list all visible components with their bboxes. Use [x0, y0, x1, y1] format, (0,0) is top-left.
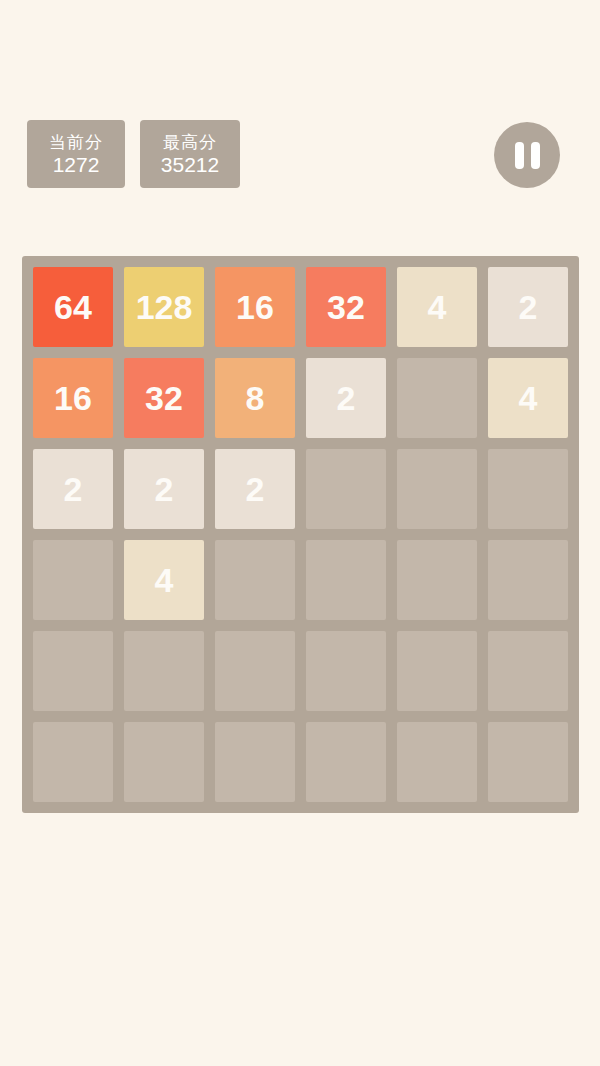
empty-cell: [397, 540, 477, 620]
tile-16: 16: [33, 358, 113, 438]
empty-cell: [33, 631, 113, 711]
empty-cell: [397, 449, 477, 529]
empty-cell: [488, 722, 568, 802]
empty-cell: [306, 631, 386, 711]
tile-128: 128: [124, 267, 204, 347]
tile-32: 32: [124, 358, 204, 438]
current-score-box: 当前分 1272: [27, 120, 125, 188]
tile-4: 4: [124, 540, 204, 620]
best-score-box: 最高分 35212: [140, 120, 240, 188]
tile-2: 2: [306, 358, 386, 438]
empty-cell: [306, 540, 386, 620]
tile-4: 4: [397, 267, 477, 347]
empty-cell: [488, 631, 568, 711]
tile-32: 32: [306, 267, 386, 347]
tile-64: 64: [33, 267, 113, 347]
best-score-value: 35212: [161, 154, 219, 175]
empty-cell: [33, 540, 113, 620]
empty-cell: [488, 540, 568, 620]
tile-2: 2: [124, 449, 204, 529]
tile-8: 8: [215, 358, 295, 438]
best-score-label: 最高分: [163, 134, 217, 151]
empty-cell: [306, 722, 386, 802]
board[interactable]: 6412816324216328242224: [22, 256, 579, 813]
empty-cell: [33, 722, 113, 802]
current-score-value: 1272: [53, 154, 100, 175]
empty-cell: [397, 631, 477, 711]
tile-2: 2: [215, 449, 295, 529]
empty-cell: [397, 722, 477, 802]
empty-cell: [488, 449, 568, 529]
empty-cell: [215, 540, 295, 620]
empty-cell: [215, 722, 295, 802]
tile-16: 16: [215, 267, 295, 347]
empty-cell: [215, 631, 295, 711]
tile-2: 2: [33, 449, 113, 529]
tile-4: 4: [488, 358, 568, 438]
empty-cell: [124, 631, 204, 711]
empty-cell: [306, 449, 386, 529]
empty-cell: [124, 722, 204, 802]
current-score-label: 当前分: [49, 134, 103, 151]
pause-icon: [515, 142, 524, 169]
tile-2: 2: [488, 267, 568, 347]
pause-icon: [531, 142, 540, 169]
empty-cell: [397, 358, 477, 438]
pause-button[interactable]: [494, 122, 560, 188]
